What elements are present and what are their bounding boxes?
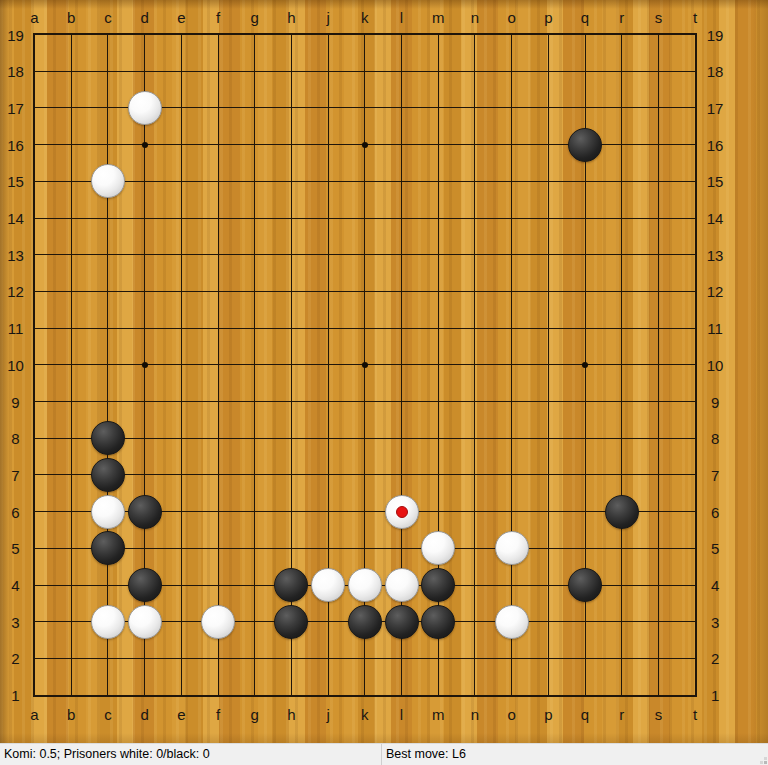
column-label-top-g: g bbox=[251, 9, 259, 26]
column-label-bottom-g: g bbox=[251, 705, 259, 722]
row-label-right-17: 17 bbox=[707, 99, 724, 116]
stone-black-d4 bbox=[128, 568, 162, 602]
row-label-left-1: 1 bbox=[11, 687, 19, 704]
row-label-left-4: 4 bbox=[11, 577, 19, 594]
row-label-left-2: 2 bbox=[11, 650, 19, 667]
grid-line-vertical bbox=[511, 35, 512, 696]
star-point-d10 bbox=[142, 362, 148, 368]
row-label-right-12: 12 bbox=[707, 283, 724, 300]
column-label-bottom-a: a bbox=[30, 705, 38, 722]
stone-black-m4 bbox=[421, 568, 455, 602]
column-label-bottom-f: f bbox=[216, 705, 220, 722]
row-label-left-19: 19 bbox=[7, 26, 24, 43]
stone-black-q4 bbox=[568, 568, 602, 602]
stone-black-l3 bbox=[385, 605, 419, 639]
stone-white-o5 bbox=[495, 531, 529, 565]
row-label-right-13: 13 bbox=[707, 246, 724, 263]
row-label-right-11: 11 bbox=[707, 320, 723, 337]
stone-white-c6 bbox=[91, 495, 125, 529]
stone-black-c8 bbox=[91, 421, 125, 455]
column-label-top-s: s bbox=[655, 9, 663, 26]
status-komi-prisoners: Komi: 0.5; Prisoners white: 0/black: 0 bbox=[4, 744, 376, 765]
grid-line-vertical bbox=[474, 35, 475, 696]
column-label-top-d: d bbox=[140, 9, 148, 26]
stone-white-j4 bbox=[311, 568, 345, 602]
column-label-bottom-h: h bbox=[287, 705, 295, 722]
stone-black-k3 bbox=[348, 605, 382, 639]
column-label-top-m: m bbox=[432, 9, 445, 26]
row-label-right-5: 5 bbox=[711, 540, 719, 557]
row-label-left-16: 16 bbox=[7, 136, 24, 153]
grid-line-horizontal bbox=[35, 695, 696, 696]
go-app-window: aabbccddeeffgghhjjkkllmmnnooppqqrrsstt19… bbox=[0, 0, 768, 765]
grid-line-vertical bbox=[695, 35, 696, 696]
row-label-left-15: 15 bbox=[7, 173, 24, 190]
stone-white-c3 bbox=[91, 605, 125, 639]
column-label-bottom-k: k bbox=[361, 705, 369, 722]
column-label-top-r: r bbox=[619, 9, 624, 26]
star-point-d16 bbox=[142, 142, 148, 148]
column-label-bottom-q: q bbox=[581, 705, 589, 722]
row-label-left-6: 6 bbox=[11, 503, 19, 520]
row-label-right-3: 3 bbox=[711, 613, 719, 630]
column-label-bottom-n: n bbox=[471, 705, 479, 722]
row-label-left-3: 3 bbox=[11, 613, 19, 630]
column-label-bottom-s: s bbox=[655, 705, 663, 722]
stone-black-c7 bbox=[91, 458, 125, 492]
column-label-top-j: j bbox=[326, 9, 329, 26]
row-label-right-4: 4 bbox=[711, 577, 719, 594]
row-label-left-8: 8 bbox=[11, 430, 19, 447]
stone-white-k4 bbox=[348, 568, 382, 602]
grid-line-vertical bbox=[621, 35, 622, 696]
stone-white-c15 bbox=[91, 164, 125, 198]
row-label-left-12: 12 bbox=[7, 283, 24, 300]
status-best-move: Best move: L6 bbox=[386, 744, 746, 765]
row-label-right-1: 1 bbox=[711, 687, 719, 704]
row-label-left-7: 7 bbox=[11, 466, 19, 483]
column-label-bottom-m: m bbox=[432, 705, 445, 722]
stone-white-l4 bbox=[385, 568, 419, 602]
column-label-top-t: t bbox=[693, 9, 697, 26]
row-label-right-19: 19 bbox=[707, 26, 724, 43]
column-label-top-k: k bbox=[361, 9, 369, 26]
stone-black-d6 bbox=[128, 495, 162, 529]
column-label-top-p: p bbox=[544, 9, 552, 26]
grid-line-horizontal bbox=[35, 548, 696, 549]
column-label-top-l: l bbox=[400, 9, 403, 26]
column-label-bottom-d: d bbox=[140, 705, 148, 722]
row-label-left-17: 17 bbox=[7, 99, 24, 116]
column-label-top-n: n bbox=[471, 9, 479, 26]
stone-black-m3 bbox=[421, 605, 455, 639]
column-label-bottom-e: e bbox=[177, 705, 185, 722]
stone-black-q16 bbox=[568, 128, 602, 162]
stone-white-d3 bbox=[128, 605, 162, 639]
go-board[interactable]: aabbccddeeffgghhjjkkllmmnnooppqqrrsstt19… bbox=[0, 0, 768, 743]
stone-white-d17 bbox=[128, 91, 162, 125]
column-label-top-e: e bbox=[177, 9, 185, 26]
stone-white-f3 bbox=[201, 605, 235, 639]
row-label-left-14: 14 bbox=[7, 210, 24, 227]
last-move-marker bbox=[396, 506, 408, 518]
column-label-top-f: f bbox=[216, 9, 220, 26]
row-label-right-14: 14 bbox=[707, 210, 724, 227]
stone-white-m5 bbox=[421, 531, 455, 565]
stone-black-h4 bbox=[274, 568, 308, 602]
row-label-right-16: 16 bbox=[707, 136, 724, 153]
column-label-bottom-p: p bbox=[544, 705, 552, 722]
row-label-right-10: 10 bbox=[707, 356, 724, 373]
row-label-right-15: 15 bbox=[707, 173, 724, 190]
column-label-bottom-j: j bbox=[326, 705, 329, 722]
grid-line-horizontal bbox=[35, 474, 696, 475]
resize-grip-icon[interactable] bbox=[764, 761, 767, 764]
row-label-left-11: 11 bbox=[8, 320, 24, 337]
grid-line-vertical bbox=[658, 35, 659, 696]
column-label-bottom-c: c bbox=[104, 705, 112, 722]
grid-line-vertical bbox=[548, 35, 549, 696]
status-bar-divider bbox=[381, 744, 382, 765]
row-label-right-2: 2 bbox=[711, 650, 719, 667]
grid-line-horizontal bbox=[35, 438, 696, 439]
column-label-bottom-t: t bbox=[693, 705, 697, 722]
row-label-left-9: 9 bbox=[11, 393, 19, 410]
row-label-right-8: 8 bbox=[711, 430, 719, 447]
stone-black-h3 bbox=[274, 605, 308, 639]
row-label-left-5: 5 bbox=[11, 540, 19, 557]
row-label-left-10: 10 bbox=[7, 356, 24, 373]
star-point-k16 bbox=[362, 142, 368, 148]
star-point-q10 bbox=[582, 362, 588, 368]
grid-line-horizontal bbox=[35, 658, 696, 659]
grid-line-horizontal bbox=[35, 401, 696, 402]
column-label-bottom-l: l bbox=[400, 705, 403, 722]
column-label-top-a: a bbox=[30, 9, 38, 26]
row-label-left-13: 13 bbox=[7, 246, 24, 263]
column-label-top-c: c bbox=[104, 9, 112, 26]
column-label-top-h: h bbox=[287, 9, 295, 26]
row-label-right-18: 18 bbox=[707, 63, 724, 80]
column-label-bottom-r: r bbox=[619, 705, 624, 722]
stone-white-o3 bbox=[495, 605, 529, 639]
row-label-right-7: 7 bbox=[711, 466, 719, 483]
row-label-right-6: 6 bbox=[711, 503, 719, 520]
row-label-left-18: 18 bbox=[7, 63, 24, 80]
column-label-top-o: o bbox=[507, 9, 515, 26]
star-point-k10 bbox=[362, 362, 368, 368]
column-label-top-q: q bbox=[581, 9, 589, 26]
row-label-right-9: 9 bbox=[711, 393, 719, 410]
column-label-bottom-o: o bbox=[507, 705, 515, 722]
stone-black-r6 bbox=[605, 495, 639, 529]
stone-white-l6 bbox=[385, 495, 419, 529]
status-bar: Komi: 0.5; Prisoners white: 0/black: 0 B… bbox=[0, 743, 768, 765]
column-label-top-b: b bbox=[67, 9, 75, 26]
stone-black-c5 bbox=[91, 531, 125, 565]
column-label-bottom-b: b bbox=[67, 705, 75, 722]
